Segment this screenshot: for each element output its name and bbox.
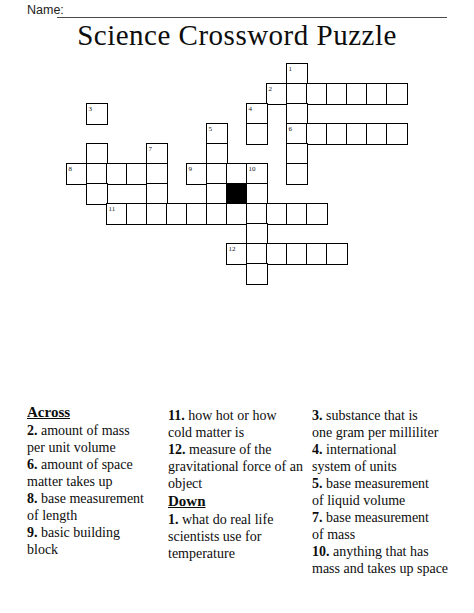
grid-cell[interactable] (286, 103, 308, 125)
grid-cell[interactable] (246, 263, 268, 285)
clue-number: 3. (312, 408, 323, 423)
clues-across-header: Across (27, 403, 144, 422)
grid-cell[interactable] (306, 123, 328, 145)
cell-number: 9 (189, 166, 193, 173)
clue-text: base measurement of mass (312, 510, 429, 542)
clue-text: amount of space matter takes up (27, 457, 133, 489)
clue-11: 11. how hot or how cold matter is (168, 407, 303, 441)
grid-cell[interactable] (326, 83, 348, 105)
clue-text: measure of the gravitational force of an… (168, 442, 303, 491)
grid-cell[interactable] (366, 123, 388, 145)
clue-12: 12. measure of the gravitational force o… (168, 441, 303, 492)
grid-cell[interactable] (106, 163, 128, 185)
grid-cell[interactable] (286, 83, 308, 105)
clue-number: 11. (168, 408, 185, 423)
grid-cell[interactable] (246, 243, 268, 265)
grid-cell[interactable] (126, 203, 148, 225)
grid-cell[interactable] (226, 163, 248, 185)
cell-number: 11 (109, 206, 116, 213)
grid-cell[interactable] (346, 123, 368, 145)
grid-cell[interactable] (286, 203, 308, 225)
clues-column-across: Across2. amount of mass per unit volume6… (27, 403, 144, 558)
clue-text: international system of units (312, 442, 397, 474)
cell-number: 7 (149, 146, 153, 153)
grid-cell[interactable] (226, 203, 248, 225)
clue-1: 1. what do real life scientists use for … (168, 511, 303, 562)
grid-cell[interactable] (146, 203, 168, 225)
cell-number: 2 (269, 86, 273, 93)
cell-number: 4 (249, 106, 253, 113)
clue-7: 7. base measurement of mass (312, 509, 448, 543)
grid-cell[interactable] (246, 203, 268, 225)
clue-number: 2. (27, 423, 38, 438)
grid-cell[interactable] (206, 183, 228, 205)
grid-cell[interactable] (306, 83, 328, 105)
cell-number: 1 (289, 66, 293, 73)
name-blank-line (57, 2, 447, 18)
grid-cell[interactable] (346, 83, 368, 105)
grid-cell[interactable] (306, 203, 328, 225)
cell-number: 10 (249, 166, 256, 173)
cell-number: 5 (209, 126, 213, 133)
grid-cell[interactable] (366, 83, 388, 105)
cell-number: 12 (229, 246, 236, 253)
grid-cell[interactable] (86, 143, 108, 165)
grid-cell[interactable] (146, 183, 168, 205)
clue-text: how hot or how cold matter is (168, 408, 277, 440)
grid-cell[interactable] (326, 243, 348, 265)
grid-cell[interactable] (306, 243, 328, 265)
grid-cell[interactable] (86, 163, 108, 185)
clue-number: 12. (168, 442, 186, 457)
clue-text: substance that is one gram per millilite… (312, 408, 438, 440)
clue-4: 4. international system of units (312, 441, 448, 475)
clues-column-middle: 11. how hot or how cold matter is12. mea… (168, 407, 303, 562)
grid-cell[interactable] (246, 123, 268, 145)
clues-column-down: 3. substance that is one gram per millil… (312, 407, 448, 577)
cell-number: 8 (69, 166, 73, 173)
page-title: Science Crossword Puzzle (0, 19, 474, 52)
clue-number: 10. (312, 544, 330, 559)
grid-cell[interactable] (286, 163, 308, 185)
clue-9: 9. basic building block (27, 524, 144, 558)
clue-6: 6. amount of space matter takes up (27, 456, 144, 490)
clue-10: 10. anything that has mass and takes up … (312, 543, 448, 577)
grid-cell[interactable] (326, 123, 348, 145)
grid-cell[interactable] (266, 203, 288, 225)
clues-down-header: Down (168, 492, 303, 511)
grid-cell[interactable] (186, 203, 208, 225)
clue-number: 4. (312, 442, 323, 457)
clue-text: base measurement of length (27, 491, 144, 523)
grid-cell[interactable] (126, 163, 148, 185)
clue-text: what do real life scientists use for tem… (168, 512, 273, 561)
grid-cell[interactable] (206, 203, 228, 225)
grid-cell[interactable] (166, 203, 188, 225)
clue-number: 1. (168, 512, 179, 527)
grid-cell[interactable] (286, 143, 308, 165)
grid-cell[interactable] (86, 183, 108, 205)
grid-cell[interactable] (206, 163, 228, 185)
clue-number: 8. (27, 491, 38, 506)
clue-5: 5. base measurement of liquid volume (312, 475, 448, 509)
clue-text: anything that has mass and takes up spac… (312, 544, 448, 576)
grid-cell[interactable] (286, 243, 308, 265)
grid-cell[interactable] (206, 143, 228, 165)
clue-number: 9. (27, 525, 38, 540)
grid-cell[interactable] (246, 223, 268, 245)
clue-text: basic building block (27, 525, 120, 557)
crossword-grid: 123456789101112 (67, 64, 407, 284)
blocked-cell (226, 183, 248, 205)
clue-8: 8. base measurement of length (27, 490, 144, 524)
grid-cell[interactable] (386, 123, 408, 145)
clue-text: base measurement of liquid volume (312, 476, 429, 508)
cell-number: 3 (89, 106, 93, 113)
clue-2: 2. amount of mass per unit volume (27, 422, 144, 456)
clue-number: 6. (27, 457, 38, 472)
clue-3: 3. substance that is one gram per millil… (312, 407, 448, 441)
grid-cell[interactable] (146, 163, 168, 185)
grid-cell[interactable] (386, 83, 408, 105)
cell-number: 6 (289, 126, 293, 133)
clue-text: amount of mass per unit volume (27, 423, 130, 455)
grid-cell[interactable] (246, 183, 268, 205)
clue-number: 5. (312, 476, 323, 491)
grid-cell[interactable] (266, 243, 288, 265)
clue-number: 7. (312, 510, 323, 525)
